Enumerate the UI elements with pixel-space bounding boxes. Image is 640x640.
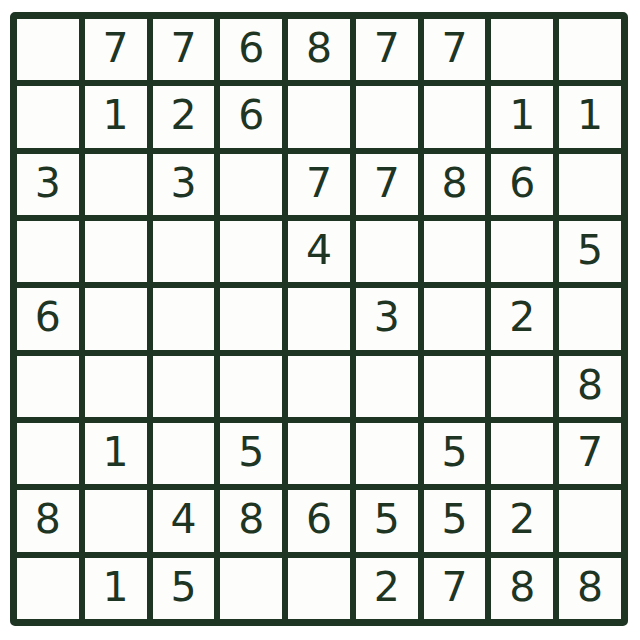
grid-cell-r1c3[interactable]: 7 xyxy=(153,19,215,80)
grid-cell-r6c2[interactable] xyxy=(85,356,147,417)
grid-cell-r9c2[interactable]: 1 xyxy=(85,558,147,619)
grid-cell-r6c5[interactable] xyxy=(288,356,350,417)
given-digit: 4 xyxy=(170,499,196,540)
grid-cell-r6c1[interactable] xyxy=(17,356,79,417)
grid-cell-r8c1[interactable]: 8 xyxy=(17,490,79,551)
puzzle-grid: 7768771261133778645632815578486552152788 xyxy=(17,19,621,619)
given-digit: 8 xyxy=(306,28,332,69)
given-digit: 7 xyxy=(442,28,468,69)
grid-cell-r9c1[interactable] xyxy=(17,558,79,619)
grid-cell-r4c5[interactable]: 4 xyxy=(288,221,350,282)
grid-cell-r4c9[interactable]: 5 xyxy=(559,221,621,282)
grid-cell-r9c6[interactable]: 2 xyxy=(356,558,418,619)
given-digit: 5 xyxy=(442,499,468,540)
grid-cell-r4c8[interactable] xyxy=(491,221,553,282)
grid-cell-r5c8[interactable]: 2 xyxy=(491,288,553,349)
grid-cell-r2c8[interactable]: 1 xyxy=(491,86,553,147)
grid-cell-r6c6[interactable] xyxy=(356,356,418,417)
grid-cell-r7c4[interactable]: 5 xyxy=(220,423,282,484)
grid-cell-r1c7[interactable]: 7 xyxy=(424,19,486,80)
given-digit: 1 xyxy=(103,567,129,608)
given-digit: 6 xyxy=(35,297,61,338)
grid-cell-r7c2[interactable]: 1 xyxy=(85,423,147,484)
grid-cell-r8c2[interactable] xyxy=(85,490,147,551)
grid-cell-r7c5[interactable] xyxy=(288,423,350,484)
grid-cell-r1c2[interactable]: 7 xyxy=(85,19,147,80)
grid-cell-r2c5[interactable] xyxy=(288,86,350,147)
given-digit: 1 xyxy=(509,95,535,136)
grid-cell-r6c4[interactable] xyxy=(220,356,282,417)
grid-cell-r8c3[interactable]: 4 xyxy=(153,490,215,551)
given-digit: 8 xyxy=(509,567,535,608)
grid-cell-r4c7[interactable] xyxy=(424,221,486,282)
grid-cell-r5c5[interactable] xyxy=(288,288,350,349)
grid-cell-r5c7[interactable] xyxy=(424,288,486,349)
given-digit: 6 xyxy=(238,28,264,69)
grid-cell-r5c9[interactable] xyxy=(559,288,621,349)
grid-cell-r6c3[interactable] xyxy=(153,356,215,417)
grid-cell-r3c6[interactable]: 7 xyxy=(356,154,418,215)
given-digit: 6 xyxy=(509,163,535,204)
grid-cell-r8c7[interactable]: 5 xyxy=(424,490,486,551)
grid-cell-r8c8[interactable]: 2 xyxy=(491,490,553,551)
grid-cell-r5c6[interactable]: 3 xyxy=(356,288,418,349)
grid-cell-r5c1[interactable]: 6 xyxy=(17,288,79,349)
grid-cell-r3c9[interactable] xyxy=(559,154,621,215)
grid-cell-r3c5[interactable]: 7 xyxy=(288,154,350,215)
grid-cell-r4c1[interactable] xyxy=(17,221,79,282)
given-digit: 7 xyxy=(374,28,400,69)
given-digit: 8 xyxy=(35,499,61,540)
grid-cell-r1c9[interactable] xyxy=(559,19,621,80)
puzzle-board: 7768771261133778645632815578486552152788 xyxy=(10,12,628,626)
given-digit: 3 xyxy=(35,163,61,204)
grid-cell-r3c8[interactable]: 6 xyxy=(491,154,553,215)
grid-cell-r9c4[interactable] xyxy=(220,558,282,619)
given-digit: 1 xyxy=(103,95,129,136)
grid-cell-r7c1[interactable] xyxy=(17,423,79,484)
given-digit: 7 xyxy=(442,567,468,608)
given-digit: 8 xyxy=(442,163,468,204)
grid-cell-r1c4[interactable]: 6 xyxy=(220,19,282,80)
grid-cell-r3c3[interactable]: 3 xyxy=(153,154,215,215)
grid-cell-r2c6[interactable] xyxy=(356,86,418,147)
grid-cell-r3c2[interactable] xyxy=(85,154,147,215)
grid-cell-r3c7[interactable]: 8 xyxy=(424,154,486,215)
given-digit: 7 xyxy=(306,163,332,204)
grid-cell-r6c8[interactable] xyxy=(491,356,553,417)
given-digit: 1 xyxy=(577,95,603,136)
given-digit: 7 xyxy=(103,28,129,69)
grid-cell-r4c3[interactable] xyxy=(153,221,215,282)
grid-cell-r3c1[interactable]: 3 xyxy=(17,154,79,215)
grid-cell-r6c9[interactable]: 8 xyxy=(559,356,621,417)
grid-cell-r5c4[interactable] xyxy=(220,288,282,349)
grid-cell-r1c5[interactable]: 8 xyxy=(288,19,350,80)
grid-cell-r2c3[interactable]: 2 xyxy=(153,86,215,147)
given-digit: 2 xyxy=(170,95,196,136)
grid-cell-r2c1[interactable] xyxy=(17,86,79,147)
grid-cell-r1c1[interactable] xyxy=(17,19,79,80)
grid-cell-r2c2[interactable]: 1 xyxy=(85,86,147,147)
grid-cell-r5c3[interactable] xyxy=(153,288,215,349)
given-digit: 3 xyxy=(374,297,400,338)
grid-cell-r7c3[interactable] xyxy=(153,423,215,484)
grid-cell-r8c5[interactable]: 6 xyxy=(288,490,350,551)
grid-cell-r4c4[interactable] xyxy=(220,221,282,282)
grid-cell-r6c7[interactable] xyxy=(424,356,486,417)
given-digit: 5 xyxy=(374,499,400,540)
given-digit: 7 xyxy=(170,28,196,69)
given-digit: 1 xyxy=(103,432,129,473)
grid-cell-r9c3[interactable]: 5 xyxy=(153,558,215,619)
given-digit: 7 xyxy=(577,432,603,473)
grid-cell-r9c7[interactable]: 7 xyxy=(424,558,486,619)
grid-cell-r7c8[interactable] xyxy=(491,423,553,484)
grid-cell-r3c4[interactable] xyxy=(220,154,282,215)
given-digit: 5 xyxy=(170,567,196,608)
given-digit: 2 xyxy=(509,297,535,338)
given-digit: 8 xyxy=(238,499,264,540)
grid-cell-r5c2[interactable] xyxy=(85,288,147,349)
grid-cell-r2c4[interactable]: 6 xyxy=(220,86,282,147)
given-digit: 6 xyxy=(238,95,264,136)
grid-cell-r7c7[interactable]: 5 xyxy=(424,423,486,484)
grid-cell-r9c5[interactable] xyxy=(288,558,350,619)
given-digit: 7 xyxy=(374,163,400,204)
given-digit: 6 xyxy=(306,499,332,540)
grid-cell-r8c4[interactable]: 8 xyxy=(220,490,282,551)
grid-cell-r4c2[interactable] xyxy=(85,221,147,282)
given-digit: 2 xyxy=(374,567,400,608)
given-digit: 8 xyxy=(577,365,603,406)
grid-cell-r4c6[interactable] xyxy=(356,221,418,282)
given-digit: 5 xyxy=(577,230,603,271)
grid-cell-r1c6[interactable]: 7 xyxy=(356,19,418,80)
given-digit: 5 xyxy=(442,432,468,473)
grid-cell-r1c8[interactable] xyxy=(491,19,553,80)
grid-cell-r8c6[interactable]: 5 xyxy=(356,490,418,551)
given-digit: 8 xyxy=(577,567,603,608)
grid-cell-r9c9[interactable]: 8 xyxy=(559,558,621,619)
grid-cell-r9c8[interactable]: 8 xyxy=(491,558,553,619)
given-digit: 5 xyxy=(238,432,264,473)
grid-cell-r2c7[interactable] xyxy=(424,86,486,147)
grid-cell-r7c6[interactable] xyxy=(356,423,418,484)
grid-cell-r7c9[interactable]: 7 xyxy=(559,423,621,484)
grid-cell-r2c9[interactable]: 1 xyxy=(559,86,621,147)
given-digit: 4 xyxy=(306,230,332,271)
grid-cell-r8c9[interactable] xyxy=(559,490,621,551)
given-digit: 2 xyxy=(509,499,535,540)
given-digit: 3 xyxy=(170,163,196,204)
